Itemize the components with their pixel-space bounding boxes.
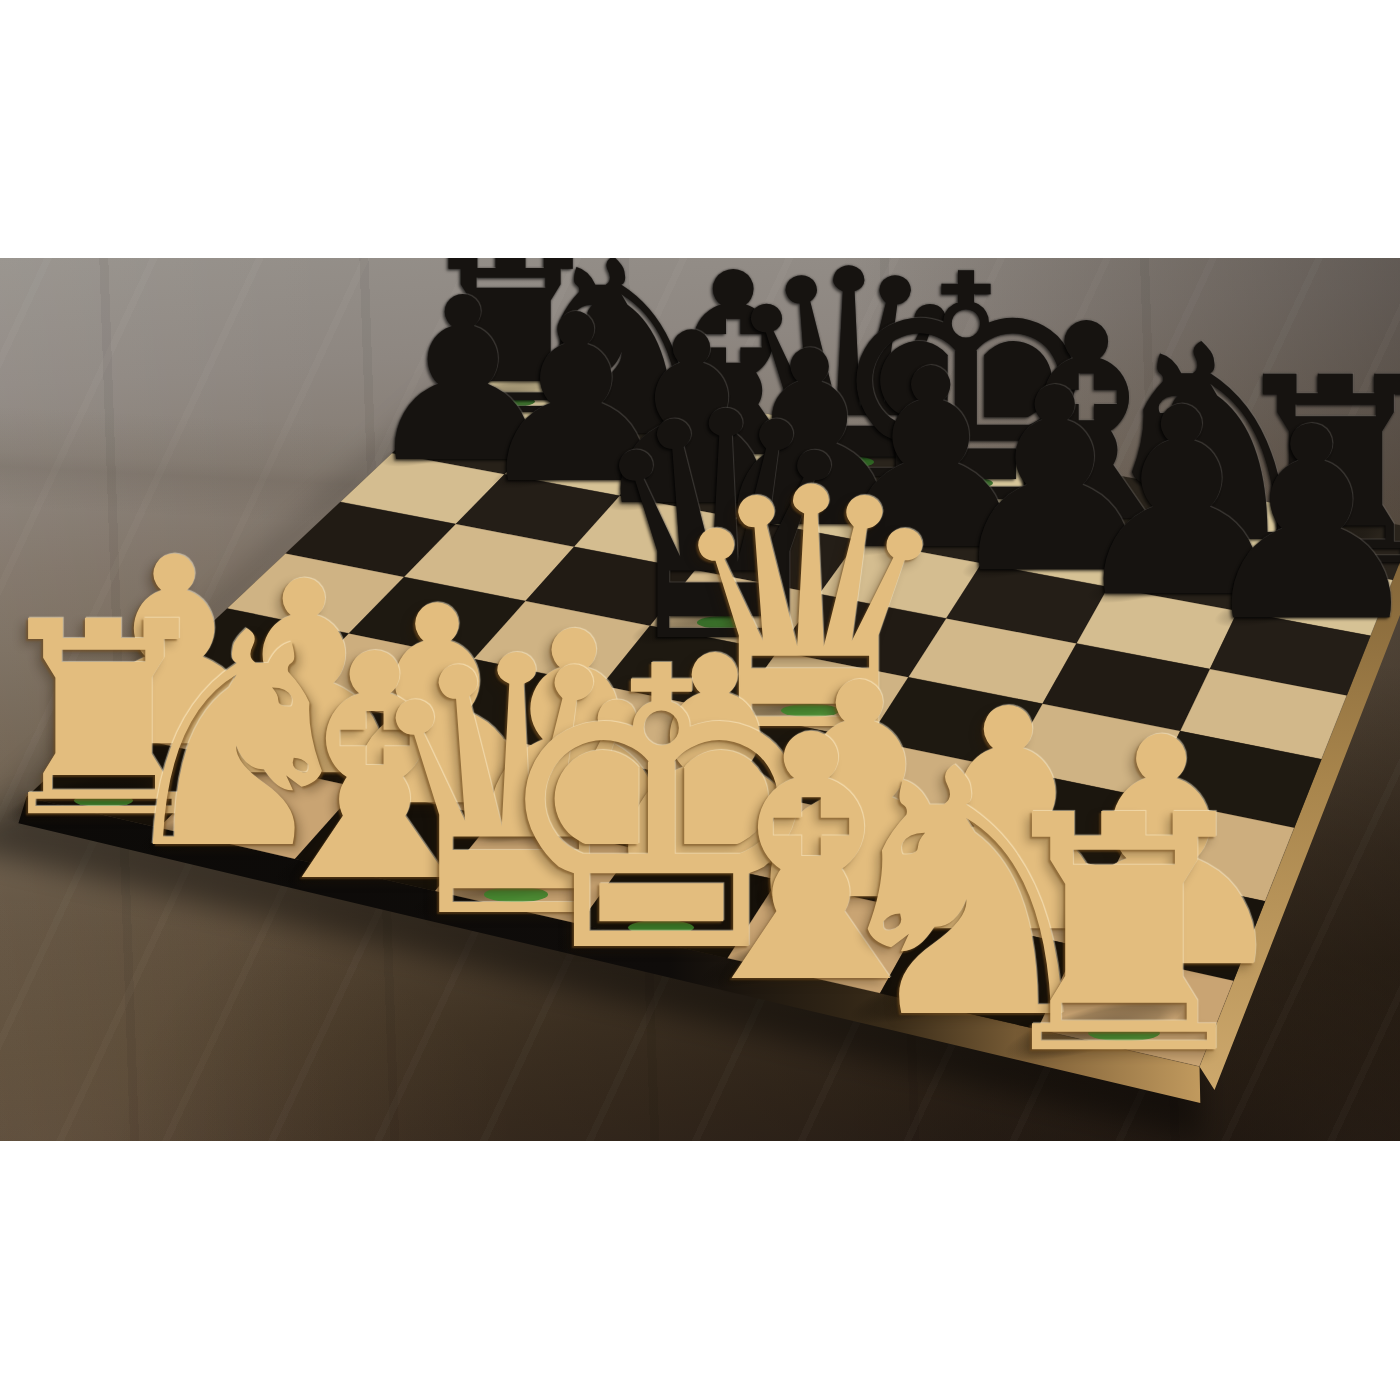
piece-layer: ♜♞♝♛♚♝♞♜♟♟♟♟♟♟♟♟♛♛♟♟♟♟♟♟♟♟♜♞♝♛♚♝♞♜ bbox=[0, 258, 1400, 1141]
piece-white-rook-h1[interactable]: ♜ bbox=[879, 773, 1369, 1099]
chess-set-photo: ♜♞♝♛♚♝♞♜♟♟♟♟♟♟♟♟♛♛♟♟♟♟♟♟♟♟♜♞♝♛♚♝♞♜ bbox=[0, 258, 1400, 1141]
screenshot-root: { "game": { "name": "chess", "presentati… bbox=[0, 0, 1400, 1400]
white-margin-top bbox=[0, 0, 1400, 258]
piece-black-pawn-h7[interactable]: ♟ bbox=[1112, 393, 1400, 659]
white-margin-bottom bbox=[0, 1141, 1400, 1400]
